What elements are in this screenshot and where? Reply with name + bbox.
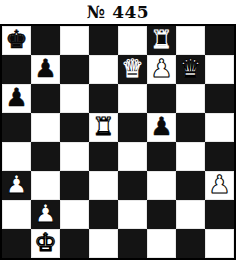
piece-white-pawn: ♟	[34, 200, 56, 228]
square-g5	[176, 113, 205, 142]
square-a1	[2, 229, 31, 258]
square-a8: ♚	[2, 26, 31, 55]
square-g1	[176, 229, 205, 258]
piece-white-pawn: ♟	[5, 171, 27, 199]
square-h3: ♟	[205, 171, 234, 200]
square-f4	[147, 142, 176, 171]
square-b6	[31, 84, 60, 113]
piece-black-pawn: ♟	[34, 55, 56, 83]
piece-white-king: ♚	[34, 229, 56, 257]
square-h6	[205, 84, 234, 113]
square-a6: ♟	[2, 84, 31, 113]
square-f8: ♜	[147, 26, 176, 55]
piece-white-rook: ♜	[92, 113, 114, 141]
square-h8	[205, 26, 234, 55]
square-f1	[147, 229, 176, 258]
square-e4	[118, 142, 147, 171]
square-h2	[205, 200, 234, 229]
square-f5: ♟	[147, 113, 176, 142]
square-c5	[60, 113, 89, 142]
square-h1	[205, 229, 234, 258]
square-a5	[2, 113, 31, 142]
square-d6	[89, 84, 118, 113]
square-h4	[205, 142, 234, 171]
square-f3	[147, 171, 176, 200]
square-a7	[2, 55, 31, 84]
square-g7: ♛	[176, 55, 205, 84]
square-b3	[31, 171, 60, 200]
chess-board: ♚♜♟♛♟♛♟♜♟♟♟♟♚	[0, 24, 236, 260]
piece-black-queen: ♛	[121, 55, 143, 83]
square-g3	[176, 171, 205, 200]
square-b1: ♚	[31, 229, 60, 258]
square-f6	[147, 84, 176, 113]
square-d4	[89, 142, 118, 171]
square-c2	[60, 200, 89, 229]
puzzle-number: № 445	[0, 0, 236, 24]
square-e6	[118, 84, 147, 113]
square-e7: ♛	[118, 55, 147, 84]
piece-black-rook: ♜	[150, 26, 172, 54]
square-g8	[176, 26, 205, 55]
square-e2	[118, 200, 147, 229]
square-b8	[31, 26, 60, 55]
piece-black-pawn: ♟	[5, 84, 27, 112]
square-g2	[176, 200, 205, 229]
square-f2	[147, 200, 176, 229]
square-d3	[89, 171, 118, 200]
square-a4	[2, 142, 31, 171]
square-a3: ♟	[2, 171, 31, 200]
square-b5	[31, 113, 60, 142]
square-b4	[31, 142, 60, 171]
square-d1	[89, 229, 118, 258]
square-d2	[89, 200, 118, 229]
square-c1	[60, 229, 89, 258]
square-e1	[118, 229, 147, 258]
chess-problem-diagram: № 445 ♚♜♟♛♟♛♟♜♟♟♟♟♚	[0, 0, 236, 260]
square-h7	[205, 55, 234, 84]
square-c8	[60, 26, 89, 55]
square-e3	[118, 171, 147, 200]
piece-white-pawn: ♟	[150, 55, 172, 83]
square-e8	[118, 26, 147, 55]
square-b7: ♟	[31, 55, 60, 84]
square-c6	[60, 84, 89, 113]
square-b2: ♟	[31, 200, 60, 229]
square-d8	[89, 26, 118, 55]
piece-black-king: ♚	[5, 26, 27, 54]
square-e5	[118, 113, 147, 142]
square-c7	[60, 55, 89, 84]
square-c3	[60, 171, 89, 200]
square-f7: ♟	[147, 55, 176, 84]
square-h5	[205, 113, 234, 142]
piece-white-pawn: ♟	[208, 171, 230, 199]
square-g6	[176, 84, 205, 113]
square-d7	[89, 55, 118, 84]
square-c4	[60, 142, 89, 171]
square-a2	[2, 200, 31, 229]
piece-black-pawn: ♟	[150, 113, 172, 141]
square-g4	[176, 142, 205, 171]
square-d5: ♜	[89, 113, 118, 142]
piece-white-queen: ♛	[179, 55, 201, 83]
